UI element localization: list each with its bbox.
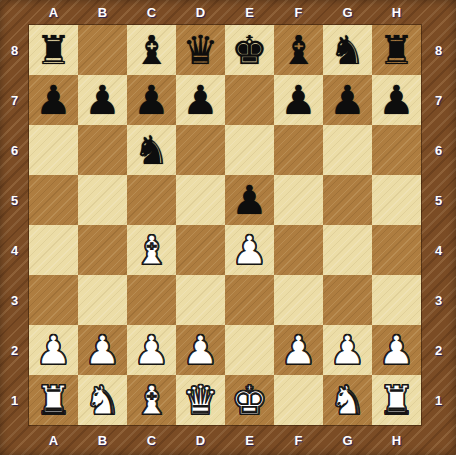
square-g6[interactable] [323,125,372,175]
square-e8[interactable]: ♚ [225,25,274,75]
square-b6[interactable] [78,125,127,175]
square-d4[interactable] [176,225,225,275]
square-b3[interactable] [78,275,127,325]
square-d2[interactable]: ♟ [176,325,225,375]
file-label-h-bottom: H [372,425,421,455]
rank-label-1-left: 1 [0,375,29,425]
square-e6[interactable] [225,125,274,175]
file-label-e-bottom: E [225,425,274,455]
square-g1[interactable]: ♞ [323,375,372,425]
square-h7[interactable]: ♟ [372,75,421,125]
black-pawn-piece[interactable]: ♟ [127,75,176,125]
square-g5[interactable] [323,175,372,225]
square-f3[interactable] [274,275,323,325]
square-h6[interactable] [372,125,421,175]
rank-label-3-left: 3 [0,275,29,325]
square-b1[interactable]: ♞ [78,375,127,425]
rank-label-6-right: 6 [421,125,456,175]
white-queen-piece[interactable]: ♛ [176,375,225,425]
rank-label-4-right: 4 [421,225,456,275]
black-king-piece[interactable]: ♚ [225,25,274,75]
square-d5[interactable] [176,175,225,225]
white-pawn-piece[interactable]: ♟ [323,325,372,375]
square-c2[interactable]: ♟ [127,325,176,375]
square-f4[interactable] [274,225,323,275]
square-b5[interactable] [78,175,127,225]
square-b2[interactable]: ♟ [78,325,127,375]
rank-label-5-right: 5 [421,175,456,225]
white-rook-piece[interactable]: ♜ [29,375,78,425]
black-pawn-piece[interactable]: ♟ [78,75,127,125]
square-c5[interactable] [127,175,176,225]
square-h4[interactable] [372,225,421,275]
file-labels-top: ABCDEFGH [29,0,421,25]
white-pawn-piece[interactable]: ♟ [372,325,421,375]
rank-label-1-right: 1 [421,375,456,425]
square-h2[interactable]: ♟ [372,325,421,375]
square-g2[interactable]: ♟ [323,325,372,375]
square-a5[interactable] [29,175,78,225]
black-pawn-piece[interactable]: ♟ [176,75,225,125]
square-c7[interactable]: ♟ [127,75,176,125]
square-h1[interactable]: ♜ [372,375,421,425]
black-rook-piece[interactable]: ♜ [372,25,421,75]
file-label-f-bottom: F [274,425,323,455]
rank-label-6-left: 6 [0,125,29,175]
square-h3[interactable] [372,275,421,325]
file-label-g-top: G [323,0,372,25]
square-e5[interactable]: ♟ [225,175,274,225]
rank-labels-left: 87654321 [0,25,29,425]
square-h5[interactable] [372,175,421,225]
black-rook-piece[interactable]: ♜ [29,25,78,75]
black-knight-piece[interactable]: ♞ [127,125,176,175]
square-a8[interactable]: ♜ [29,25,78,75]
square-b7[interactable]: ♟ [78,75,127,125]
square-c6[interactable]: ♞ [127,125,176,175]
square-a2[interactable]: ♟ [29,325,78,375]
square-b8[interactable] [78,25,127,75]
square-e4[interactable]: ♟ [225,225,274,275]
square-f7[interactable]: ♟ [274,75,323,125]
black-bishop-piece[interactable]: ♝ [127,25,176,75]
square-a7[interactable]: ♟ [29,75,78,125]
rank-label-2-right: 2 [421,325,456,375]
square-f6[interactable] [274,125,323,175]
square-a6[interactable] [29,125,78,175]
square-a4[interactable] [29,225,78,275]
square-g3[interactable] [323,275,372,325]
file-label-b-bottom: B [78,425,127,455]
square-e1[interactable]: ♚ [225,375,274,425]
black-pawn-piece[interactable]: ♟ [372,75,421,125]
square-f2[interactable]: ♟ [274,325,323,375]
black-pawn-piece[interactable]: ♟ [323,75,372,125]
rank-label-7-left: 7 [0,75,29,125]
white-pawn-piece[interactable]: ♟ [29,325,78,375]
rank-label-7-right: 7 [421,75,456,125]
chess-board-frame: ABCDEFGH ABCDEFGH 87654321 87654321 ♜♝♛♚… [0,0,456,455]
file-label-c-top: C [127,0,176,25]
square-b4[interactable] [78,225,127,275]
file-label-e-top: E [225,0,274,25]
rank-label-2-left: 2 [0,325,29,375]
chess-board: ♜♝♛♚♝♞♜♟♟♟♟♟♟♟♞♟♝♟♟♟♟♟♟♟♟♜♞♝♛♚♞♜ [29,25,421,425]
square-c1[interactable]: ♝ [127,375,176,425]
black-knight-piece[interactable]: ♞ [323,25,372,75]
rank-labels-right: 87654321 [421,25,456,425]
file-label-d-top: D [176,0,225,25]
white-pawn-piece[interactable]: ♟ [176,325,225,375]
white-pawn-piece[interactable]: ♟ [225,225,274,275]
white-bishop-piece[interactable]: ♝ [127,225,176,275]
rank-label-5-left: 5 [0,175,29,225]
square-a3[interactable] [29,275,78,325]
square-f1[interactable] [274,375,323,425]
square-f5[interactable] [274,175,323,225]
file-label-g-bottom: G [323,425,372,455]
square-g7[interactable]: ♟ [323,75,372,125]
white-king-piece[interactable]: ♚ [225,375,274,425]
rank-label-4-left: 4 [0,225,29,275]
square-d3[interactable] [176,275,225,325]
square-c3[interactable] [127,275,176,325]
rank-label-8-right: 8 [421,25,456,75]
square-g4[interactable] [323,225,372,275]
white-pawn-piece[interactable]: ♟ [78,325,127,375]
file-label-d-bottom: D [176,425,225,455]
white-knight-piece[interactable]: ♞ [323,375,372,425]
white-knight-piece[interactable]: ♞ [78,375,127,425]
square-d8[interactable]: ♛ [176,25,225,75]
white-bishop-piece[interactable]: ♝ [127,375,176,425]
white-rook-piece[interactable]: ♜ [372,375,421,425]
file-label-b-top: B [78,0,127,25]
black-pawn-piece[interactable]: ♟ [225,175,274,225]
square-e3[interactable] [225,275,274,325]
white-pawn-piece[interactable]: ♟ [274,325,323,375]
square-a1[interactable]: ♜ [29,375,78,425]
square-e2[interactable] [225,325,274,375]
file-label-a-bottom: A [29,425,78,455]
white-pawn-piece[interactable]: ♟ [127,325,176,375]
black-queen-piece[interactable]: ♛ [176,25,225,75]
rank-label-8-left: 8 [0,25,29,75]
black-bishop-piece[interactable]: ♝ [274,25,323,75]
file-labels-bottom: ABCDEFGH [29,425,421,455]
square-c8[interactable]: ♝ [127,25,176,75]
square-e7[interactable] [225,75,274,125]
square-c4[interactable]: ♝ [127,225,176,275]
square-d1[interactable]: ♛ [176,375,225,425]
file-label-f-top: F [274,0,323,25]
square-g8[interactable]: ♞ [323,25,372,75]
square-h8[interactable]: ♜ [372,25,421,75]
black-pawn-piece[interactable]: ♟ [29,75,78,125]
black-pawn-piece[interactable]: ♟ [274,75,323,125]
file-label-h-top: H [372,0,421,25]
square-f8[interactable]: ♝ [274,25,323,75]
square-d6[interactable] [176,125,225,175]
file-label-a-top: A [29,0,78,25]
file-label-c-bottom: C [127,425,176,455]
square-d7[interactable]: ♟ [176,75,225,125]
rank-label-3-right: 3 [421,275,456,325]
